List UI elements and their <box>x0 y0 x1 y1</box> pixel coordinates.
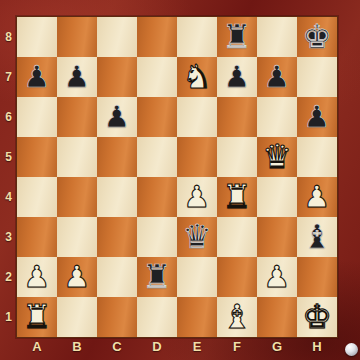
square-e5[interactable] <box>177 137 217 177</box>
square-c5[interactable] <box>97 137 137 177</box>
square-f3[interactable] <box>217 217 257 257</box>
square-e3[interactable]: ♛ <box>177 217 217 257</box>
square-d7[interactable] <box>137 57 177 97</box>
square-c3[interactable] <box>97 217 137 257</box>
white-pawn-b2: ♟ <box>57 257 97 297</box>
black-rook-d2: ♜ <box>137 257 177 297</box>
file-label-e: E <box>177 337 217 360</box>
file-labels: ABCDEFGH <box>17 337 337 360</box>
square-g8[interactable] <box>257 17 297 57</box>
white-pawn-e4: ♟ <box>177 177 217 217</box>
square-g7[interactable]: ♟ <box>257 57 297 97</box>
square-e4[interactable]: ♟ <box>177 177 217 217</box>
square-c6[interactable]: ♟ <box>97 97 137 137</box>
rank-label-6: 6 <box>0 97 17 137</box>
square-e7[interactable]: ♞ <box>177 57 217 97</box>
white-to-move-indicator <box>345 343 358 356</box>
square-f7[interactable]: ♟ <box>217 57 257 97</box>
square-g6[interactable] <box>257 97 297 137</box>
square-f1[interactable]: ♝ <box>217 297 257 337</box>
white-pawn-g2: ♟ <box>257 257 297 297</box>
white-pawn-a2: ♟ <box>17 257 57 297</box>
black-pawn-f7: ♟ <box>217 57 257 97</box>
square-d4[interactable] <box>137 177 177 217</box>
chess-board: ♜♚♟♟♞♟♟♟♟♛♟♜♟♛♝♟♟♜♟♜♝♚ <box>17 17 337 337</box>
square-h1[interactable]: ♚ <box>297 297 337 337</box>
square-g5[interactable]: ♛ <box>257 137 297 177</box>
square-e6[interactable] <box>177 97 217 137</box>
square-b2[interactable]: ♟ <box>57 257 97 297</box>
square-h4[interactable]: ♟ <box>297 177 337 217</box>
white-knight-e7: ♞ <box>177 57 217 97</box>
file-label-g: G <box>257 337 297 360</box>
rank-label-4: 4 <box>0 177 17 217</box>
square-f5[interactable] <box>217 137 257 177</box>
rank-label-1: 1 <box>0 297 17 337</box>
square-d2[interactable]: ♜ <box>137 257 177 297</box>
rank-label-5: 5 <box>0 137 17 177</box>
square-e2[interactable] <box>177 257 217 297</box>
square-a4[interactable] <box>17 177 57 217</box>
black-bishop-h3: ♝ <box>297 217 337 257</box>
rank-label-2: 2 <box>0 257 17 297</box>
rank-label-7: 7 <box>0 57 17 97</box>
square-h8[interactable]: ♚ <box>297 17 337 57</box>
square-c7[interactable] <box>97 57 137 97</box>
square-e8[interactable] <box>177 17 217 57</box>
square-b8[interactable] <box>57 17 97 57</box>
square-d8[interactable] <box>137 17 177 57</box>
square-c2[interactable] <box>97 257 137 297</box>
file-label-d: D <box>137 337 177 360</box>
square-g2[interactable]: ♟ <box>257 257 297 297</box>
square-a1[interactable]: ♜ <box>17 297 57 337</box>
square-a6[interactable] <box>17 97 57 137</box>
black-queen-e3: ♛ <box>177 217 217 257</box>
square-h6[interactable]: ♟ <box>297 97 337 137</box>
file-label-b: B <box>57 337 97 360</box>
square-c4[interactable] <box>97 177 137 217</box>
white-queen-g5: ♛ <box>257 137 297 177</box>
square-h3[interactable]: ♝ <box>297 217 337 257</box>
black-pawn-g7: ♟ <box>257 57 297 97</box>
white-rook-a1: ♜ <box>17 297 57 337</box>
rank-labels: 87654321 <box>0 17 17 337</box>
file-label-c: C <box>97 337 137 360</box>
square-g4[interactable] <box>257 177 297 217</box>
square-g1[interactable] <box>257 297 297 337</box>
black-pawn-a7: ♟ <box>17 57 57 97</box>
black-king-h8: ♚ <box>297 17 337 57</box>
square-g3[interactable] <box>257 217 297 257</box>
square-b4[interactable] <box>57 177 97 217</box>
square-a7[interactable]: ♟ <box>17 57 57 97</box>
square-b5[interactable] <box>57 137 97 177</box>
square-c1[interactable] <box>97 297 137 337</box>
square-d1[interactable] <box>137 297 177 337</box>
square-a3[interactable] <box>17 217 57 257</box>
square-d6[interactable] <box>137 97 177 137</box>
black-pawn-c6: ♟ <box>97 97 137 137</box>
board-frame: ♜♚♟♟♞♟♟♟♟♛♟♜♟♛♝♟♟♜♟♜♝♚ 87654321 ABCDEFGH <box>0 0 360 360</box>
square-h7[interactable] <box>297 57 337 97</box>
square-d5[interactable] <box>137 137 177 177</box>
square-c8[interactable] <box>97 17 137 57</box>
square-a8[interactable] <box>17 17 57 57</box>
square-f6[interactable] <box>217 97 257 137</box>
square-h5[interactable] <box>297 137 337 177</box>
white-king-h1: ♚ <box>297 297 337 337</box>
square-b1[interactable] <box>57 297 97 337</box>
file-label-a: A <box>17 337 57 360</box>
square-e1[interactable] <box>177 297 217 337</box>
rank-label-3: 3 <box>0 217 17 257</box>
rank-label-8: 8 <box>0 17 17 57</box>
square-d3[interactable] <box>137 217 177 257</box>
square-b7[interactable]: ♟ <box>57 57 97 97</box>
square-b6[interactable] <box>57 97 97 137</box>
square-f2[interactable] <box>217 257 257 297</box>
black-pawn-b7: ♟ <box>57 57 97 97</box>
file-label-f: F <box>217 337 257 360</box>
white-pawn-h4: ♟ <box>297 177 337 217</box>
square-a5[interactable] <box>17 137 57 177</box>
square-f8[interactable]: ♜ <box>217 17 257 57</box>
white-bishop-f1: ♝ <box>217 297 257 337</box>
white-rook-f4: ♜ <box>217 177 257 217</box>
square-a2[interactable]: ♟ <box>17 257 57 297</box>
black-pawn-h6: ♟ <box>297 97 337 137</box>
square-b3[interactable] <box>57 217 97 257</box>
square-h2[interactable] <box>297 257 337 297</box>
square-f4[interactable]: ♜ <box>217 177 257 217</box>
black-rook-f8: ♜ <box>217 17 257 57</box>
file-label-h: H <box>297 337 337 360</box>
